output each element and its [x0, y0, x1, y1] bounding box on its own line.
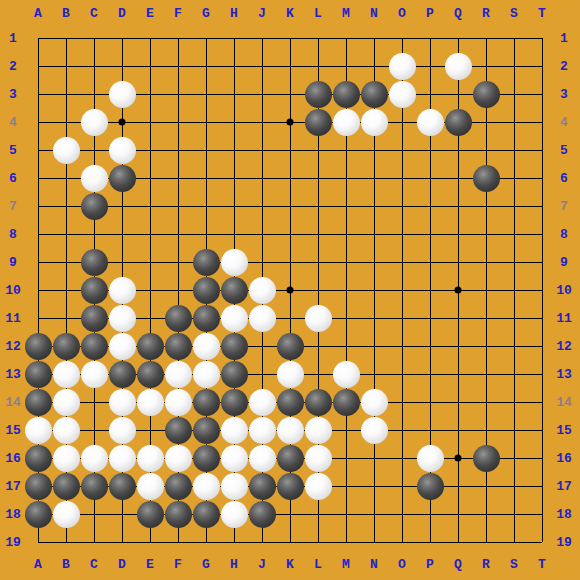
cell-A11[interactable]: [24, 304, 52, 332]
cell-H4[interactable]: [220, 108, 248, 136]
cell-M14[interactable]: [332, 388, 360, 416]
cell-O14[interactable]: [388, 388, 416, 416]
cell-L8[interactable]: [304, 220, 332, 248]
cell-C1[interactable]: [80, 24, 108, 52]
cell-D18[interactable]: [108, 500, 136, 528]
cell-H12[interactable]: [220, 332, 248, 360]
cell-G18[interactable]: [192, 500, 220, 528]
cell-Q3[interactable]: [444, 80, 472, 108]
cell-N16[interactable]: [360, 444, 388, 472]
cell-R15[interactable]: [472, 416, 500, 444]
cell-G12[interactable]: [192, 332, 220, 360]
cell-T14[interactable]: [528, 388, 556, 416]
cell-A8[interactable]: [24, 220, 52, 248]
cell-M8[interactable]: [332, 220, 360, 248]
cell-R10[interactable]: [472, 276, 500, 304]
cell-B1[interactable]: [52, 24, 80, 52]
cell-C11[interactable]: [80, 304, 108, 332]
cell-N9[interactable]: [360, 248, 388, 276]
cell-S13[interactable]: [500, 360, 528, 388]
cell-G11[interactable]: [192, 304, 220, 332]
cell-P3[interactable]: [416, 80, 444, 108]
cell-P5[interactable]: [416, 136, 444, 164]
cell-O18[interactable]: [388, 500, 416, 528]
cell-A12[interactable]: [24, 332, 52, 360]
cell-C9[interactable]: [80, 248, 108, 276]
cell-H6[interactable]: [220, 164, 248, 192]
cell-O15[interactable]: [388, 416, 416, 444]
cell-P12[interactable]: [416, 332, 444, 360]
cell-Q5[interactable]: [444, 136, 472, 164]
cell-O1[interactable]: [388, 24, 416, 52]
cell-E12[interactable]: [136, 332, 164, 360]
cell-D6[interactable]: [108, 164, 136, 192]
cell-P15[interactable]: [416, 416, 444, 444]
cell-R18[interactable]: [472, 500, 500, 528]
cell-D11[interactable]: [108, 304, 136, 332]
cell-N6[interactable]: [360, 164, 388, 192]
cell-G7[interactable]: [192, 192, 220, 220]
cell-D13[interactable]: [108, 360, 136, 388]
cell-F17[interactable]: [164, 472, 192, 500]
cell-R1[interactable]: [472, 24, 500, 52]
cell-F2[interactable]: [164, 52, 192, 80]
cell-D9[interactable]: [108, 248, 136, 276]
cell-N5[interactable]: [360, 136, 388, 164]
cell-L3[interactable]: [304, 80, 332, 108]
cell-O13[interactable]: [388, 360, 416, 388]
cell-K10[interactable]: [276, 276, 304, 304]
cell-H11[interactable]: [220, 304, 248, 332]
cell-H5[interactable]: [220, 136, 248, 164]
cell-C13[interactable]: [80, 360, 108, 388]
cell-A6[interactable]: [24, 164, 52, 192]
cell-S6[interactable]: [500, 164, 528, 192]
cell-J18[interactable]: [248, 500, 276, 528]
cell-S11[interactable]: [500, 304, 528, 332]
cell-C16[interactable]: [80, 444, 108, 472]
cell-J19[interactable]: [248, 528, 276, 556]
cell-N7[interactable]: [360, 192, 388, 220]
cell-T7[interactable]: [528, 192, 556, 220]
cell-H14[interactable]: [220, 388, 248, 416]
cell-S19[interactable]: [500, 528, 528, 556]
cell-E11[interactable]: [136, 304, 164, 332]
cell-C10[interactable]: [80, 276, 108, 304]
cell-S8[interactable]: [500, 220, 528, 248]
cell-L15[interactable]: [304, 416, 332, 444]
cell-Q10[interactable]: [444, 276, 472, 304]
cell-L2[interactable]: [304, 52, 332, 80]
cell-C8[interactable]: [80, 220, 108, 248]
cell-L4[interactable]: [304, 108, 332, 136]
cell-O12[interactable]: [388, 332, 416, 360]
cell-M10[interactable]: [332, 276, 360, 304]
cell-J17[interactable]: [248, 472, 276, 500]
cell-N8[interactable]: [360, 220, 388, 248]
cell-Q2[interactable]: [444, 52, 472, 80]
cell-M18[interactable]: [332, 500, 360, 528]
cell-N4[interactable]: [360, 108, 388, 136]
cell-M9[interactable]: [332, 248, 360, 276]
cell-D17[interactable]: [108, 472, 136, 500]
cell-B6[interactable]: [52, 164, 80, 192]
cell-F11[interactable]: [164, 304, 192, 332]
cell-C7[interactable]: [80, 192, 108, 220]
cell-B15[interactable]: [52, 416, 80, 444]
cell-A14[interactable]: [24, 388, 52, 416]
cell-M4[interactable]: [332, 108, 360, 136]
cell-A18[interactable]: [24, 500, 52, 528]
cell-H15[interactable]: [220, 416, 248, 444]
cell-E19[interactable]: [136, 528, 164, 556]
cell-K1[interactable]: [276, 24, 304, 52]
cell-A1[interactable]: [24, 24, 52, 52]
cell-K14[interactable]: [276, 388, 304, 416]
cell-H2[interactable]: [220, 52, 248, 80]
cell-P16[interactable]: [416, 444, 444, 472]
cell-A10[interactable]: [24, 276, 52, 304]
cell-P10[interactable]: [416, 276, 444, 304]
cell-J8[interactable]: [248, 220, 276, 248]
cell-E13[interactable]: [136, 360, 164, 388]
cell-B4[interactable]: [52, 108, 80, 136]
cell-J5[interactable]: [248, 136, 276, 164]
cell-M5[interactable]: [332, 136, 360, 164]
cell-P2[interactable]: [416, 52, 444, 80]
cell-Q14[interactable]: [444, 388, 472, 416]
cell-T3[interactable]: [528, 80, 556, 108]
cell-D4[interactable]: [108, 108, 136, 136]
cell-O11[interactable]: [388, 304, 416, 332]
cell-K3[interactable]: [276, 80, 304, 108]
cell-C14[interactable]: [80, 388, 108, 416]
cell-G19[interactable]: [192, 528, 220, 556]
cell-O4[interactable]: [388, 108, 416, 136]
cell-P9[interactable]: [416, 248, 444, 276]
cell-G14[interactable]: [192, 388, 220, 416]
cell-Q8[interactable]: [444, 220, 472, 248]
cell-M7[interactable]: [332, 192, 360, 220]
cell-G15[interactable]: [192, 416, 220, 444]
cell-H13[interactable]: [220, 360, 248, 388]
cell-H16[interactable]: [220, 444, 248, 472]
cell-L19[interactable]: [304, 528, 332, 556]
cell-C2[interactable]: [80, 52, 108, 80]
cell-R13[interactable]: [472, 360, 500, 388]
cell-K9[interactable]: [276, 248, 304, 276]
cell-B16[interactable]: [52, 444, 80, 472]
cell-J7[interactable]: [248, 192, 276, 220]
cell-N2[interactable]: [360, 52, 388, 80]
cell-B11[interactable]: [52, 304, 80, 332]
cell-A2[interactable]: [24, 52, 52, 80]
cell-R11[interactable]: [472, 304, 500, 332]
cell-H8[interactable]: [220, 220, 248, 248]
cell-J4[interactable]: [248, 108, 276, 136]
cell-E2[interactable]: [136, 52, 164, 80]
cell-Q11[interactable]: [444, 304, 472, 332]
cell-F13[interactable]: [164, 360, 192, 388]
cell-N10[interactable]: [360, 276, 388, 304]
cell-P11[interactable]: [416, 304, 444, 332]
cell-F14[interactable]: [164, 388, 192, 416]
cell-J6[interactable]: [248, 164, 276, 192]
cell-R3[interactable]: [472, 80, 500, 108]
cell-K7[interactable]: [276, 192, 304, 220]
cell-L10[interactable]: [304, 276, 332, 304]
cell-G9[interactable]: [192, 248, 220, 276]
cell-O19[interactable]: [388, 528, 416, 556]
cell-M6[interactable]: [332, 164, 360, 192]
cell-Q1[interactable]: [444, 24, 472, 52]
cell-F3[interactable]: [164, 80, 192, 108]
cell-D10[interactable]: [108, 276, 136, 304]
cell-P7[interactable]: [416, 192, 444, 220]
cell-P13[interactable]: [416, 360, 444, 388]
cell-R6[interactable]: [472, 164, 500, 192]
cell-C18[interactable]: [80, 500, 108, 528]
cell-G17[interactable]: [192, 472, 220, 500]
cell-P18[interactable]: [416, 500, 444, 528]
cell-L16[interactable]: [304, 444, 332, 472]
cell-D12[interactable]: [108, 332, 136, 360]
cell-B19[interactable]: [52, 528, 80, 556]
cell-R16[interactable]: [472, 444, 500, 472]
cell-S9[interactable]: [500, 248, 528, 276]
cell-H1[interactable]: [220, 24, 248, 52]
cell-G10[interactable]: [192, 276, 220, 304]
cell-T6[interactable]: [528, 164, 556, 192]
cell-D19[interactable]: [108, 528, 136, 556]
cell-P6[interactable]: [416, 164, 444, 192]
cell-E17[interactable]: [136, 472, 164, 500]
cell-G16[interactable]: [192, 444, 220, 472]
cell-E6[interactable]: [136, 164, 164, 192]
cell-T4[interactable]: [528, 108, 556, 136]
cell-B17[interactable]: [52, 472, 80, 500]
cell-A7[interactable]: [24, 192, 52, 220]
cell-R8[interactable]: [472, 220, 500, 248]
cell-F10[interactable]: [164, 276, 192, 304]
cell-E8[interactable]: [136, 220, 164, 248]
cell-M19[interactable]: [332, 528, 360, 556]
cell-G3[interactable]: [192, 80, 220, 108]
cell-H7[interactable]: [220, 192, 248, 220]
cell-S16[interactable]: [500, 444, 528, 472]
cell-N11[interactable]: [360, 304, 388, 332]
cell-K18[interactable]: [276, 500, 304, 528]
cell-P8[interactable]: [416, 220, 444, 248]
cell-B5[interactable]: [52, 136, 80, 164]
cell-S7[interactable]: [500, 192, 528, 220]
cell-B13[interactable]: [52, 360, 80, 388]
cell-R9[interactable]: [472, 248, 500, 276]
cell-A4[interactable]: [24, 108, 52, 136]
cell-Q13[interactable]: [444, 360, 472, 388]
cell-P17[interactable]: [416, 472, 444, 500]
cell-N1[interactable]: [360, 24, 388, 52]
cell-D14[interactable]: [108, 388, 136, 416]
cell-E9[interactable]: [136, 248, 164, 276]
cell-F7[interactable]: [164, 192, 192, 220]
cell-N3[interactable]: [360, 80, 388, 108]
cell-T15[interactable]: [528, 416, 556, 444]
cell-C4[interactable]: [80, 108, 108, 136]
cell-J15[interactable]: [248, 416, 276, 444]
cell-S5[interactable]: [500, 136, 528, 164]
cell-Q9[interactable]: [444, 248, 472, 276]
cell-F1[interactable]: [164, 24, 192, 52]
cell-M17[interactable]: [332, 472, 360, 500]
cell-F15[interactable]: [164, 416, 192, 444]
cell-T1[interactable]: [528, 24, 556, 52]
cell-L7[interactable]: [304, 192, 332, 220]
cell-G5[interactable]: [192, 136, 220, 164]
cell-E14[interactable]: [136, 388, 164, 416]
cell-L18[interactable]: [304, 500, 332, 528]
cell-K8[interactable]: [276, 220, 304, 248]
cell-B18[interactable]: [52, 500, 80, 528]
cell-T13[interactable]: [528, 360, 556, 388]
cell-J12[interactable]: [248, 332, 276, 360]
cell-A13[interactable]: [24, 360, 52, 388]
cell-R5[interactable]: [472, 136, 500, 164]
cell-Q7[interactable]: [444, 192, 472, 220]
cell-S17[interactable]: [500, 472, 528, 500]
cell-K6[interactable]: [276, 164, 304, 192]
cell-C3[interactable]: [80, 80, 108, 108]
cell-R12[interactable]: [472, 332, 500, 360]
cell-G1[interactable]: [192, 24, 220, 52]
cell-T10[interactable]: [528, 276, 556, 304]
cell-T2[interactable]: [528, 52, 556, 80]
cell-J1[interactable]: [248, 24, 276, 52]
cell-F8[interactable]: [164, 220, 192, 248]
cell-N19[interactable]: [360, 528, 388, 556]
cell-P19[interactable]: [416, 528, 444, 556]
cell-T5[interactable]: [528, 136, 556, 164]
cell-J14[interactable]: [248, 388, 276, 416]
cell-B8[interactable]: [52, 220, 80, 248]
cell-R17[interactable]: [472, 472, 500, 500]
cell-C17[interactable]: [80, 472, 108, 500]
cell-G13[interactable]: [192, 360, 220, 388]
cell-C6[interactable]: [80, 164, 108, 192]
cell-N15[interactable]: [360, 416, 388, 444]
cell-Q12[interactable]: [444, 332, 472, 360]
cell-Q19[interactable]: [444, 528, 472, 556]
cell-N12[interactable]: [360, 332, 388, 360]
cell-R4[interactable]: [472, 108, 500, 136]
cell-T12[interactable]: [528, 332, 556, 360]
cell-E7[interactable]: [136, 192, 164, 220]
cell-J10[interactable]: [248, 276, 276, 304]
cell-S12[interactable]: [500, 332, 528, 360]
cell-O8[interactable]: [388, 220, 416, 248]
cell-D8[interactable]: [108, 220, 136, 248]
cell-K5[interactable]: [276, 136, 304, 164]
cell-L17[interactable]: [304, 472, 332, 500]
cell-K2[interactable]: [276, 52, 304, 80]
cell-F19[interactable]: [164, 528, 192, 556]
cell-B12[interactable]: [52, 332, 80, 360]
cell-L1[interactable]: [304, 24, 332, 52]
cell-Q15[interactable]: [444, 416, 472, 444]
cell-R19[interactable]: [472, 528, 500, 556]
cell-Q16[interactable]: [444, 444, 472, 472]
cell-A19[interactable]: [24, 528, 52, 556]
cell-E3[interactable]: [136, 80, 164, 108]
cell-T18[interactable]: [528, 500, 556, 528]
cell-K11[interactable]: [276, 304, 304, 332]
cell-B7[interactable]: [52, 192, 80, 220]
cell-H9[interactable]: [220, 248, 248, 276]
cell-K4[interactable]: [276, 108, 304, 136]
cell-A9[interactable]: [24, 248, 52, 276]
cell-K16[interactable]: [276, 444, 304, 472]
cell-J16[interactable]: [248, 444, 276, 472]
cell-D5[interactable]: [108, 136, 136, 164]
cell-O16[interactable]: [388, 444, 416, 472]
cell-P14[interactable]: [416, 388, 444, 416]
cell-H17[interactable]: [220, 472, 248, 500]
cell-F6[interactable]: [164, 164, 192, 192]
cell-S2[interactable]: [500, 52, 528, 80]
cell-J2[interactable]: [248, 52, 276, 80]
cell-M15[interactable]: [332, 416, 360, 444]
cell-M2[interactable]: [332, 52, 360, 80]
cell-B14[interactable]: [52, 388, 80, 416]
cell-Q6[interactable]: [444, 164, 472, 192]
cell-H3[interactable]: [220, 80, 248, 108]
cell-R2[interactable]: [472, 52, 500, 80]
cell-O10[interactable]: [388, 276, 416, 304]
cell-M12[interactable]: [332, 332, 360, 360]
cell-S4[interactable]: [500, 108, 528, 136]
cell-F16[interactable]: [164, 444, 192, 472]
cell-F5[interactable]: [164, 136, 192, 164]
cell-G2[interactable]: [192, 52, 220, 80]
cell-T19[interactable]: [528, 528, 556, 556]
cell-C5[interactable]: [80, 136, 108, 164]
cell-E15[interactable]: [136, 416, 164, 444]
cell-A17[interactable]: [24, 472, 52, 500]
cell-T16[interactable]: [528, 444, 556, 472]
cell-O17[interactable]: [388, 472, 416, 500]
cell-B3[interactable]: [52, 80, 80, 108]
cell-J11[interactable]: [248, 304, 276, 332]
cell-G4[interactable]: [192, 108, 220, 136]
cell-E16[interactable]: [136, 444, 164, 472]
cell-N18[interactable]: [360, 500, 388, 528]
cell-J9[interactable]: [248, 248, 276, 276]
cell-D15[interactable]: [108, 416, 136, 444]
cell-L6[interactable]: [304, 164, 332, 192]
cell-K19[interactable]: [276, 528, 304, 556]
cell-D3[interactable]: [108, 80, 136, 108]
cell-A15[interactable]: [24, 416, 52, 444]
cell-E10[interactable]: [136, 276, 164, 304]
cell-L13[interactable]: [304, 360, 332, 388]
cell-L5[interactable]: [304, 136, 332, 164]
cell-F4[interactable]: [164, 108, 192, 136]
cell-O3[interactable]: [388, 80, 416, 108]
cell-Q17[interactable]: [444, 472, 472, 500]
cell-O5[interactable]: [388, 136, 416, 164]
cell-S14[interactable]: [500, 388, 528, 416]
cell-S3[interactable]: [500, 80, 528, 108]
